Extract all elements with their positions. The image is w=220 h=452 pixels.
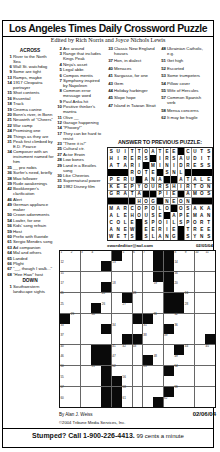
answer-letter-cell: E	[150, 169, 157, 176]
puzzle-empty-cell[interactable]	[143, 345, 153, 355]
puzzle-empty-cell[interactable]	[205, 261, 215, 271]
puzzle-empty-cell[interactable]	[195, 345, 205, 355]
answer-letter-cell: G	[171, 233, 178, 240]
answer-black-cell	[115, 198, 122, 205]
puzzle-empty-cell[interactable]: 39	[164, 334, 174, 344]
answer-black-cell	[192, 169, 199, 176]
answer-letter-cell: N	[115, 226, 122, 233]
puzzle-empty-cell[interactable]: 5	[122, 251, 132, 261]
answer-black-cell	[205, 169, 212, 176]
puzzle-empty-cell[interactable]	[81, 376, 91, 386]
puzzle-empty-cell[interactable]	[122, 282, 132, 292]
puzzle-empty-cell[interactable]	[205, 387, 215, 397]
puzzle-empty-cell[interactable]	[133, 303, 143, 313]
puzzle-empty-cell[interactable]	[122, 355, 132, 365]
puzzle-empty-cell[interactable]	[184, 387, 194, 397]
clue: 50Crown adornments	[6, 212, 54, 217]
puzzle-empty-cell[interactable]	[143, 376, 153, 386]
puzzle-empty-cell[interactable]	[174, 397, 184, 407]
puzzle-empty-cell[interactable]: 54	[174, 366, 184, 376]
answer-letter-cell: D	[192, 155, 199, 162]
answer-black-cell	[198, 198, 205, 205]
puzzle-empty-cell[interactable]	[195, 293, 205, 303]
puzzle-empty-cell[interactable]	[81, 387, 91, 397]
clue: 24Promising one	[6, 128, 54, 133]
puzzle-empty-cell[interactable]	[91, 293, 101, 303]
puzzle-empty-cell[interactable]	[205, 282, 215, 292]
puzzle-empty-cell[interactable]	[153, 366, 163, 376]
puzzle-empty-cell[interactable]	[205, 376, 215, 386]
puzzle-empty-cell[interactable]: 30	[91, 314, 101, 324]
answer-letter-cell: I	[136, 162, 143, 169]
answer-letter-cell: E	[115, 176, 122, 183]
puzzle-empty-cell[interactable]	[81, 366, 91, 376]
answer-letter-cell: R	[115, 191, 122, 198]
puzzle-empty-cell[interactable]	[195, 324, 205, 334]
cell-number: 28	[185, 303, 188, 307]
puzzle-empty-cell[interactable]	[195, 303, 205, 313]
cell-number: 32	[174, 313, 177, 317]
answer-letter-cell: E	[129, 155, 136, 162]
answer-black-cell	[136, 233, 143, 240]
puzzle-empty-cell[interactable]: 60	[60, 397, 70, 407]
puzzle-empty-cell[interactable]	[184, 366, 194, 376]
clue: 15Shot contents	[6, 90, 54, 95]
puzzle-empty-cell[interactable]: 25	[60, 303, 70, 313]
puzzle-empty-cell[interactable]	[133, 397, 143, 407]
answer-letter-cell: T	[185, 226, 192, 233]
clue: 39Rude awakenings	[6, 181, 54, 186]
puzzle-empty-cell[interactable]	[143, 293, 153, 303]
puzzle-empty-cell[interactable]	[205, 272, 215, 282]
clue-column-2: 2Are around3Range that includes Kings Pe…	[56, 46, 105, 260]
puzzle-empty-cell[interactable]: 26	[101, 303, 111, 313]
puzzle-empty-cell[interactable]: 2	[70, 251, 80, 261]
puzzle-empty-cell[interactable]: 14	[174, 261, 184, 271]
puzzle-empty-cell[interactable]	[195, 261, 205, 271]
puzzle-black-cell	[153, 251, 163, 261]
answer-black-cell	[108, 169, 115, 176]
puzzle-empty-cell[interactable]: 11	[205, 251, 215, 261]
puzzle-empty-cell[interactable]	[195, 397, 205, 407]
puzzle-black-cell	[164, 251, 174, 261]
answer-letter-cell: E	[143, 226, 150, 233]
clue-number: 21	[6, 117, 12, 122]
puzzle-empty-cell[interactable]	[70, 272, 80, 282]
puzzle-empty-cell[interactable]	[184, 376, 194, 386]
answer-letter-cell: U	[115, 148, 122, 155]
puzzle-empty-cell[interactable]: 29	[70, 314, 80, 324]
clue-number: 58	[160, 108, 166, 113]
puzzle-empty-cell[interactable]	[195, 366, 205, 376]
puzzle-empty-cell[interactable]	[91, 324, 101, 334]
puzzle-empty-cell[interactable]	[143, 303, 153, 313]
clue-number: 4	[56, 62, 62, 67]
answer-letter-cell: T	[192, 184, 199, 191]
puzzle-empty-cell[interactable]: 19	[153, 282, 163, 292]
puzzle-empty-cell[interactable]	[133, 261, 143, 271]
puzzle-empty-cell[interactable]	[195, 387, 205, 397]
answer-letter-cell: N	[171, 169, 178, 176]
answer-grid: SUITTOATEECUTSHIRERSIRSAUDITATARIMINIDRE…	[107, 147, 213, 241]
puzzle-empty-cell[interactable]	[122, 324, 132, 334]
answer-letter-cell: O	[115, 219, 122, 226]
clue-number: 43	[107, 81, 113, 86]
puzzle-empty-cell[interactable]	[122, 272, 132, 282]
clue: 41Sargasso, for one	[107, 73, 158, 78]
puzzle-empty-cell[interactable]: 48	[153, 355, 163, 365]
clue-number: 25	[56, 146, 62, 151]
clue: 36Surfer's need, briefly	[6, 170, 54, 175]
clue-number: 49	[6, 202, 12, 207]
clue-number: 46	[6, 197, 12, 202]
puzzle-empty-cell[interactable]	[70, 355, 80, 365]
puzzle-empty-cell[interactable]	[143, 397, 153, 407]
answer-letter-cell: I	[198, 155, 205, 162]
clue-number: 48	[160, 46, 166, 51]
puzzle-empty-cell[interactable]	[153, 324, 163, 334]
answer-letter-cell: I	[157, 162, 164, 169]
clue-number: 63	[6, 245, 12, 250]
clue: 12Garage happening	[56, 120, 105, 125]
cell-number: 33	[60, 324, 63, 328]
puzzle-empty-cell[interactable]: 7	[143, 251, 153, 261]
cell-number: 4	[91, 251, 93, 255]
answer-letter-cell: U	[185, 155, 192, 162]
cell-number: 37	[60, 334, 63, 338]
clue: 1River to the North Sea	[6, 54, 54, 64]
clue-list-heading: DOWN	[6, 278, 54, 283]
puzzle-empty-cell[interactable]	[153, 387, 163, 397]
cell-number: 6	[133, 251, 135, 255]
puzzle-empty-cell[interactable]: 59	[174, 387, 184, 397]
answer-letter-cell: E	[122, 212, 129, 219]
answer-letter-cell: E	[150, 226, 157, 233]
puzzle-empty-cell[interactable]	[195, 314, 205, 324]
cell-number: 53	[143, 365, 146, 369]
puzzle-empty-cell[interactable]	[164, 376, 174, 386]
puzzle-black-cell	[122, 334, 132, 344]
answer-letter-cell: E	[205, 226, 212, 233]
clue: 46Alert	[6, 197, 54, 202]
clue: 53Some trumpeters	[160, 73, 210, 78]
puzzle-empty-cell[interactable]	[91, 261, 101, 271]
puzzle-empty-cell[interactable]	[70, 282, 80, 292]
puzzle-empty-cell[interactable]	[153, 334, 163, 344]
clue: 44Holiday harbinger	[107, 88, 158, 93]
puzzle-empty-cell[interactable]	[205, 293, 215, 303]
puzzle-empty-cell[interactable]	[205, 324, 215, 334]
puzzle-empty-cell[interactable]	[143, 387, 153, 397]
crossword-editor-email: xwordeditor@aol.com	[107, 243, 153, 248]
puzzle-empty-cell[interactable]	[70, 376, 80, 386]
clue: 29Land in a Beatles song	[56, 163, 105, 173]
puzzle-empty-cell[interactable]: 31	[153, 314, 163, 324]
puzzle-empty-cell[interactable]	[70, 334, 80, 344]
clue-number: 45	[107, 95, 113, 100]
answer-letter-cell: U	[129, 176, 136, 183]
clue: 62It may be fragile	[160, 115, 210, 120]
answer-letter-cell: E	[205, 176, 212, 183]
puzzle-empty-cell[interactable]	[133, 324, 143, 334]
answer-letter-cell: U	[192, 148, 199, 155]
puzzle-empty-cell[interactable]	[164, 314, 174, 324]
puzzle-black-cell	[112, 397, 122, 407]
puzzle-empty-cell[interactable]: 4	[91, 251, 101, 261]
answer-letter-cell: A	[143, 176, 150, 183]
puzzle-empty-cell[interactable]: 27	[122, 303, 132, 313]
clue: 37Hon, in dialect	[107, 58, 158, 63]
puzzle-empty-cell[interactable]	[91, 334, 101, 344]
answer-letter-cell: R	[185, 184, 192, 191]
puzzle-empty-cell[interactable]: 38	[143, 334, 153, 344]
answer-letter-cell: S	[205, 148, 212, 155]
puzzle-empty-cell[interactable]	[91, 272, 101, 282]
clue: 14"Phooey!"	[56, 125, 105, 130]
answer-letter-cell: A	[157, 233, 164, 240]
answer-letter-cell: P	[143, 205, 150, 212]
puzzle-empty-cell[interactable]	[101, 251, 111, 261]
puzzle-empty-cell[interactable]	[184, 397, 194, 407]
puzzle-empty-cell[interactable]	[184, 334, 194, 344]
puzzle-empty-cell[interactable]	[81, 272, 91, 282]
puzzle-empty-cell[interactable]: 12	[60, 261, 70, 271]
cell-number: 30	[91, 313, 94, 317]
puzzle-empty-cell[interactable]: 37	[60, 334, 70, 344]
puzzle-empty-cell[interactable]: 45	[205, 345, 215, 355]
cell-number: 1	[60, 251, 62, 255]
answer-letter-cell: S	[150, 212, 157, 219]
puzzle-empty-cell[interactable]	[81, 334, 91, 344]
answer-letter-cell: E	[115, 233, 122, 240]
cell-number: 10	[195, 251, 198, 255]
puzzle-empty-cell[interactable]	[164, 345, 174, 355]
puzzle-empty-cell[interactable]: 43	[133, 345, 143, 355]
puzzle-empty-cell[interactable]: 62	[164, 397, 174, 407]
puzzle-empty-cell[interactable]	[70, 261, 80, 271]
clue-number: 32	[56, 184, 62, 189]
puzzle-date: 02/06/04	[193, 411, 216, 417]
cell-number: 26	[102, 303, 105, 307]
puzzle-empty-cell[interactable]	[133, 366, 143, 376]
answer-black-cell	[143, 162, 150, 169]
puzzle-empty-cell[interactable]	[143, 272, 153, 282]
clue-number: 5	[56, 67, 62, 72]
puzzle-empty-cell[interactable]	[195, 282, 205, 292]
puzzle-empty-cell[interactable]	[205, 366, 215, 376]
answer-letter-cell: P	[185, 219, 192, 226]
puzzle-empty-cell[interactable]: 52	[112, 366, 122, 376]
puzzle-empty-cell[interactable]	[174, 334, 184, 344]
puzzle-empty-cell[interactable]	[70, 324, 80, 334]
cell-number: 3	[81, 251, 83, 255]
puzzle-empty-cell[interactable]	[91, 387, 101, 397]
cell-number: 42	[123, 345, 126, 349]
puzzle-empty-cell[interactable]	[91, 282, 101, 292]
puzzle-empty-cell[interactable]	[91, 376, 101, 386]
puzzle-black-cell	[153, 261, 163, 271]
puzzle-black-cell	[112, 376, 122, 386]
answer-black-cell	[150, 155, 157, 162]
clue-number: 6	[6, 64, 12, 69]
puzzle-empty-cell[interactable]	[205, 397, 215, 407]
clue: 5Legal abbr.	[56, 67, 105, 72]
puzzle-empty-cell[interactable]	[143, 261, 153, 271]
puzzle-empty-cell[interactable]	[184, 355, 194, 365]
answer-letter-cell: A	[150, 148, 157, 155]
puzzle-empty-cell[interactable]: 28	[184, 303, 194, 313]
puzzle-empty-cell[interactable]	[205, 314, 215, 324]
puzzle-empty-cell[interactable]	[205, 303, 215, 313]
answer-letter-cell: E	[198, 226, 205, 233]
puzzle-empty-cell[interactable]: 53	[143, 366, 153, 376]
puzzle-empty-cell[interactable]	[195, 272, 205, 282]
clue: 9Some are tight	[6, 69, 54, 74]
answer-letter-cell: I	[171, 162, 178, 169]
puzzle-empty-cell[interactable]	[81, 355, 91, 365]
puzzle-empty-cell[interactable]	[81, 261, 91, 271]
puzzle-empty-cell[interactable]	[112, 334, 122, 344]
puzzle-empty-cell[interactable]	[112, 293, 122, 303]
clue-number: 65	[6, 256, 12, 261]
puzzle-empty-cell[interactable]	[153, 376, 163, 386]
cell-number: 56	[123, 376, 126, 380]
puzzle-empty-cell[interactable]: 6	[133, 251, 143, 261]
puzzle-empty-cell[interactable]	[164, 355, 174, 365]
clue-number: 56	[6, 223, 12, 228]
clue: 4Ninja's asset	[56, 62, 105, 67]
answer-letter-cell: S	[164, 169, 171, 176]
puzzle-empty-cell[interactable]	[184, 272, 194, 282]
clue-number: 23	[56, 141, 62, 146]
puzzle-empty-cell[interactable]	[184, 314, 194, 324]
cell-number: 17	[60, 282, 63, 286]
cell-number: 61	[123, 397, 126, 401]
puzzle-empty-cell[interactable]: 23	[133, 293, 143, 303]
puzzle-empty-cell[interactable]: 13	[112, 261, 122, 271]
clue: 18Track	[6, 101, 54, 106]
puzzle-empty-cell[interactable]	[153, 293, 163, 303]
puzzle-empty-cell[interactable]	[70, 345, 80, 355]
puzzle-empty-cell[interactable]: 42	[122, 345, 132, 355]
puzzle-empty-cell[interactable]: 34	[112, 324, 122, 334]
puzzle-empty-cell[interactable]: 44	[184, 345, 194, 355]
answer-letter-cell: L	[171, 219, 178, 226]
puzzle-empty-cell[interactable]	[81, 303, 91, 313]
answer-black-cell	[122, 198, 129, 205]
clue-number: 50	[6, 212, 12, 217]
puzzle-empty-cell[interactable]: 9	[184, 251, 194, 261]
clue: 20Bonn's river, in Bonn	[6, 112, 54, 117]
stumped-hotline: Stumped? Call 1-900-226-4413. 99 cents a…	[3, 432, 213, 439]
puzzle-empty-cell[interactable]	[101, 334, 111, 344]
clue-number: 27	[56, 152, 62, 157]
clue: 60Prefix with fluoride	[6, 234, 54, 239]
answer-letter-cell: A	[185, 191, 192, 198]
puzzle-empty-cell[interactable]	[195, 376, 205, 386]
cell-number: 55	[60, 376, 63, 380]
puzzle-black-cell	[164, 303, 174, 313]
puzzle-empty-cell[interactable]	[101, 272, 111, 282]
puzzle-empty-cell[interactable]	[195, 334, 205, 344]
answer-letter-cell: G	[150, 198, 157, 205]
puzzle-empty-cell[interactable]: 61	[122, 397, 132, 407]
puzzle-empty-cell[interactable]	[101, 314, 111, 324]
puzzle-empty-cell[interactable]	[81, 345, 91, 355]
puzzle-black-cell	[101, 387, 111, 397]
puzzle-empty-cell[interactable]	[70, 397, 80, 407]
answer-letter-cell: O	[136, 205, 143, 212]
puzzle-empty-cell[interactable]	[81, 293, 91, 303]
puzzle-empty-cell[interactable]	[133, 376, 143, 386]
puzzle-empty-cell[interactable]	[70, 366, 80, 376]
answer-black-cell	[122, 169, 129, 176]
clue-number: 19	[6, 107, 12, 112]
answer-letter-cell: C	[129, 205, 136, 212]
puzzle-empty-cell[interactable]	[112, 303, 122, 313]
answer-letter-cell: S	[129, 233, 136, 240]
puzzle-empty-cell[interactable]	[81, 397, 91, 407]
answer-section-heading: ANSWER TO PREVIOUS PUZZLE:	[107, 139, 213, 145]
puzzle-empty-cell[interactable]	[81, 282, 91, 292]
cell-number: 50	[60, 365, 63, 369]
clue-list-heading: ACROSS	[6, 48, 54, 53]
puzzle-empty-cell[interactable]	[70, 293, 80, 303]
puzzle-empty-cell[interactable]	[91, 397, 101, 407]
answer-letter-cell: L	[178, 169, 185, 176]
puzzle-empty-cell[interactable]	[81, 324, 91, 334]
puzzle-empty-cell[interactable]	[143, 282, 153, 292]
puzzle-empty-cell[interactable]: 3	[81, 251, 91, 261]
clue-number: 64	[6, 250, 12, 255]
puzzle-black-cell	[91, 345, 101, 355]
puzzle-empty-cell[interactable]	[122, 314, 132, 324]
puzzle-empty-cell[interactable]: 51	[91, 366, 101, 376]
answer-letter-cell: O	[150, 205, 157, 212]
puzzle-empty-cell[interactable]	[70, 387, 80, 397]
clue-number: 15	[6, 90, 12, 95]
puzzle-empty-cell[interactable]	[122, 261, 132, 271]
answer-black-cell	[115, 169, 122, 176]
puzzle-empty-cell[interactable]	[133, 387, 143, 397]
puzzle-empty-cell[interactable]: 18	[112, 282, 122, 292]
puzzle-empty-cell[interactable]	[205, 355, 215, 365]
copyright-line: ©2004 Tribune Media Services, Inc.	[59, 420, 125, 425]
puzzle-empty-cell[interactable]	[184, 324, 194, 334]
stumped-price: 99 cents a minute	[137, 433, 184, 439]
stumped-phone: Stumped? Call 1-900-226-4413.	[32, 432, 135, 439]
puzzle-empty-cell[interactable]	[81, 314, 91, 324]
puzzle-empty-cell[interactable]	[195, 355, 205, 365]
page-title: Los Angeles Times Daily Crossword Puzzle	[3, 23, 213, 34]
puzzle-empty-cell[interactable]: 36	[174, 324, 184, 334]
puzzle-empty-cell[interactable]: 20	[174, 282, 184, 292]
puzzle-black-cell	[153, 397, 163, 407]
puzzle-empty-cell[interactable]	[184, 261, 194, 271]
answer-letter-cell: P	[108, 176, 115, 183]
clue-number: 12	[56, 120, 62, 125]
puzzle-empty-cell[interactable]	[133, 272, 143, 282]
puzzle-empty-cell[interactable]	[133, 355, 143, 365]
clue-number: 11	[56, 115, 62, 120]
answer-letter-cell: E	[171, 198, 178, 205]
puzzle-empty-cell[interactable]: 10	[195, 251, 205, 261]
answer-letter-cell: N	[164, 233, 171, 240]
answer-letter-cell: E	[171, 191, 178, 198]
answer-letter-cell: S	[108, 148, 115, 155]
cell-number: 43	[133, 345, 136, 349]
answer-letter-cell: A	[122, 191, 129, 198]
